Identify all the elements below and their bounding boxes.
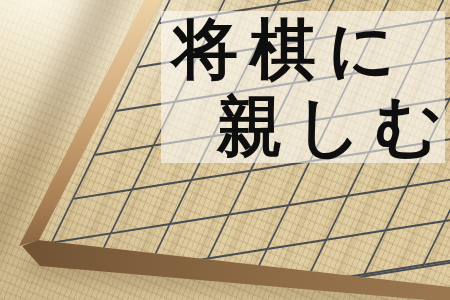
photo-scene: 将棋に 親しむ [0, 0, 450, 300]
caption-overlay: 将棋に 親しむ [161, 11, 445, 163]
caption-line-1: 将棋に [172, 11, 445, 88]
caption-line-2: 親しむ [217, 88, 445, 165]
